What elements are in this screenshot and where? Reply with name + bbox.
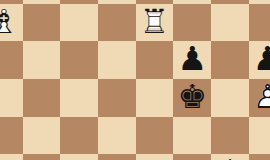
square-f5[interactable]: ♟ <box>173 41 211 79</box>
square-f3[interactable] <box>173 117 211 155</box>
square-a5[interactable] <box>0 41 23 79</box>
square-a6[interactable]: ♝♗ <box>0 4 23 42</box>
square-b4[interactable] <box>23 79 61 117</box>
square-d2[interactable] <box>98 154 136 160</box>
white-king-icon: ♔ <box>215 155 245 160</box>
chess-board: ♝♗♜♖♟♟♚♟♙♚♔ <box>0 0 270 160</box>
square-a3[interactable] <box>0 117 23 155</box>
square-h5[interactable]: ♟ <box>249 41 270 79</box>
square-f4[interactable]: ♚ <box>173 79 211 117</box>
square-d6[interactable] <box>98 4 136 42</box>
square-a4[interactable] <box>0 79 23 117</box>
square-g3[interactable] <box>211 117 249 155</box>
square-h4[interactable]: ♟♙ <box>249 79 270 117</box>
square-c2[interactable] <box>60 154 98 160</box>
piece-white-king[interactable]: ♚♔ <box>211 154 249 160</box>
square-g6[interactable] <box>211 4 249 42</box>
square-e4[interactable] <box>136 79 174 117</box>
square-c6[interactable] <box>60 4 98 42</box>
square-g2[interactable]: ♚♔ <box>211 154 249 160</box>
square-g5[interactable] <box>211 41 249 79</box>
piece-white-rook[interactable]: ♜♖ <box>136 4 174 42</box>
white-rook-icon: ♖ <box>140 5 170 38</box>
square-d3[interactable] <box>98 117 136 155</box>
square-c4[interactable] <box>60 79 98 117</box>
white-king-fill: ♚ <box>215 155 245 160</box>
black-pawn-icon: ♟ <box>177 42 207 75</box>
black-king-icon: ♚ <box>177 80 207 113</box>
white-bishop-fill: ♝ <box>0 5 19 38</box>
white-rook-fill: ♜ <box>140 5 170 38</box>
square-c3[interactable] <box>60 117 98 155</box>
square-e3[interactable] <box>136 117 174 155</box>
square-b2[interactable] <box>23 154 61 160</box>
square-c5[interactable] <box>60 41 98 79</box>
square-a2[interactable] <box>0 154 23 160</box>
square-b6[interactable] <box>23 4 61 42</box>
white-bishop-icon: ♗ <box>0 5 19 38</box>
square-h6[interactable] <box>249 4 270 42</box>
square-f6[interactable] <box>173 4 211 42</box>
piece-black-pawn[interactable]: ♟ <box>249 41 270 79</box>
square-e5[interactable] <box>136 41 174 79</box>
square-e6[interactable]: ♜♖ <box>136 4 174 42</box>
square-d4[interactable] <box>98 79 136 117</box>
square-g4[interactable] <box>211 79 249 117</box>
square-e2[interactable] <box>136 154 174 160</box>
black-pawn-icon: ♟ <box>253 42 270 75</box>
chess-board-viewport: ♝♗♜♖♟♟♚♟♙♚♔ <box>0 0 270 160</box>
piece-white-pawn[interactable]: ♟♙ <box>249 79 270 117</box>
square-b3[interactable] <box>23 117 61 155</box>
square-d5[interactable] <box>98 41 136 79</box>
piece-white-bishop[interactable]: ♝♗ <box>0 4 23 42</box>
square-f2[interactable] <box>173 154 211 160</box>
white-pawn-icon: ♙ <box>253 80 270 113</box>
square-h3[interactable] <box>249 117 270 155</box>
piece-black-pawn[interactable]: ♟ <box>173 41 211 79</box>
square-h2[interactable] <box>249 154 270 160</box>
white-pawn-fill: ♟ <box>253 80 270 113</box>
square-b5[interactable] <box>23 41 61 79</box>
piece-black-king[interactable]: ♚ <box>173 79 211 117</box>
